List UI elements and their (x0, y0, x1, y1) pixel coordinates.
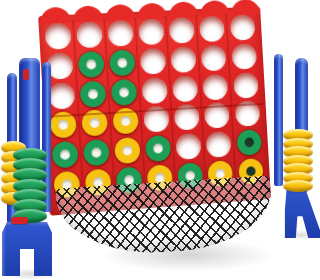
empty-hole (76, 21, 103, 48)
cell-r3c4 (140, 75, 172, 106)
cell-r3c7 (230, 70, 261, 100)
giant-connect-four-product-photo (0, 0, 320, 280)
cell-r4c5 (172, 102, 204, 133)
empty-hole (232, 43, 258, 69)
cell-r4c6 (202, 100, 234, 131)
cell-r5c6 (204, 129, 236, 160)
green-disc (111, 79, 138, 106)
cell-r2c2 (76, 49, 109, 80)
empty-hole (107, 20, 134, 47)
green-disc (52, 141, 79, 169)
cell-r3c6 (200, 71, 232, 102)
cell-r3c2 (77, 78, 110, 109)
cell-r5c3 (112, 135, 145, 166)
cell-r4c2 (79, 108, 112, 139)
cell-r5c7 (234, 127, 265, 158)
cell-r1c3 (105, 18, 138, 49)
cell-r3c3 (109, 76, 142, 107)
yellow-disc (112, 108, 139, 135)
green-disc (83, 139, 110, 166)
yellow-disc (50, 112, 77, 139)
yellow-disc (114, 137, 141, 164)
green-disc (80, 80, 107, 107)
green-disc (145, 135, 171, 162)
empty-hole (169, 17, 195, 44)
green-disc (78, 51, 105, 78)
cell-r2c5 (168, 44, 200, 75)
empty-hole (140, 48, 166, 75)
cell-r2c6 (199, 43, 231, 74)
cell-r4c7 (232, 99, 263, 130)
empty-hole (201, 45, 227, 72)
red-slider-clip (23, 69, 29, 80)
green-disc (109, 49, 136, 76)
cell-r2c7 (229, 41, 260, 71)
empty-hole (170, 46, 196, 73)
cell-r1c6 (197, 14, 229, 44)
empty-hole (174, 104, 200, 131)
empty-hole (175, 133, 201, 160)
cell-r5c1 (49, 139, 82, 171)
empty-hole (142, 77, 168, 104)
cell-r1c7 (227, 12, 258, 42)
empty-hole (202, 74, 228, 101)
empty-hole (45, 23, 72, 50)
cell-r2c4 (138, 46, 170, 77)
cell-r1c1 (42, 21, 75, 52)
left-green-ring-stack (13, 148, 47, 223)
cell-r4c3 (110, 106, 143, 137)
cell-r1c2 (74, 19, 107, 50)
empty-hole (143, 106, 169, 133)
cell-r3c5 (170, 73, 202, 104)
empty-hole (138, 18, 164, 45)
empty-hole (206, 131, 232, 158)
empty-hole (204, 102, 230, 129)
cell-r5c2 (81, 137, 114, 169)
cell-r5c5 (173, 131, 205, 162)
green-disc (237, 129, 262, 156)
right-yellow-ring-stack (283, 129, 313, 193)
cell-r2c3 (107, 47, 140, 78)
red-release-lever (11, 217, 28, 224)
right-rear-pole (274, 54, 283, 186)
cell-r4c4 (141, 104, 173, 135)
empty-hole (230, 14, 256, 40)
empty-hole (233, 72, 259, 98)
cell-r4c1 (48, 109, 81, 141)
cell-r5c4 (143, 133, 175, 164)
yellow-disc (81, 110, 108, 137)
cell-r1c4 (136, 16, 168, 47)
cell-r1c5 (167, 15, 199, 46)
empty-hole (199, 16, 225, 42)
empty-hole (48, 82, 75, 109)
empty-hole (235, 101, 261, 128)
board-grid (42, 12, 266, 200)
empty-hole (172, 75, 198, 102)
yellow-ring (283, 180, 313, 192)
